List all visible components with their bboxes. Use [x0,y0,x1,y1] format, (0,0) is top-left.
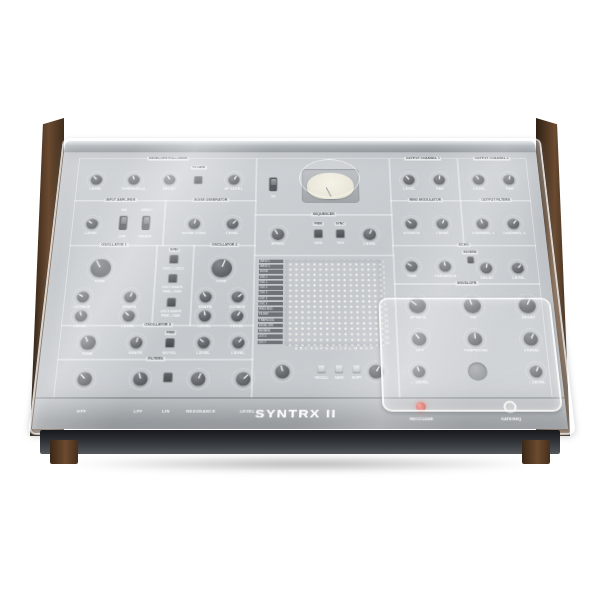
filter-lin-button[interactable] [163,372,172,381]
vu-meter [307,173,354,199]
sync-button[interactable] [170,255,179,263]
shift-button[interactable] [353,366,360,372]
to-gate-label: TO GATE [191,166,207,169]
section-header: ENVELOPE FOLLOWER [147,157,189,161]
mic-line-switch[interactable] [118,216,127,230]
power-switch[interactable] [269,177,277,191]
front-label-hpf: HPF [77,409,87,414]
brand-logo: SYNTRX II [255,407,337,420]
matrix-column-letters: A B C D E F G H I J K L M N O P [285,347,385,351]
front-label-resonance: RESONANCE [186,409,215,414]
to-gate-button[interactable] [194,176,202,184]
unit-base [40,430,560,454]
osc2-shape-button[interactable] [167,298,176,307]
synth-top-assembly: ENVELOPE FOLLOWER LEVEL THRESHOLD DECAY … [32,140,568,428]
floor-shadow [62,456,542,472]
gate-seq-label: GATE/SEQ [501,416,522,421]
product-photo: ENVELOPE FOLLOWER LEVEL THRESHOLD DECAY … [0,0,600,600]
front-label-level: LEVEL [240,409,255,414]
recall-button[interactable] [318,366,325,372]
synthesizer-unit: ENVELOPE FOLLOWER LEVEL THRESHOLD DECAY … [32,88,568,480]
front-label-lpf: LPF [134,409,143,414]
gate-seq-button[interactable] [503,401,517,413]
save-button[interactable] [336,366,343,372]
seq-gate-button[interactable] [314,229,322,237]
reverb-button[interactable] [467,256,474,263]
matrix-row-labels: INPUT 1INPUT 2NOISEOSC 1OSC 1OSC 2OSC 2O… [258,260,284,346]
osc1-shape-button[interactable] [168,274,177,282]
rec-clear-button[interactable] [416,402,426,411]
wood-foot-left [50,440,78,464]
control-panel: ENVELOPE FOLLOWER LEVEL THRESHOLD DECAY … [36,152,565,397]
vu-meter-bezel [302,169,360,203]
key-follow-button[interactable] [165,338,174,347]
seq-trig-button[interactable] [336,229,344,237]
rec-clear-label: REC/CLEAR [410,416,434,421]
rear-metal-edge [64,140,536,152]
patch-matrix-grid[interactable] [285,260,384,346]
direct-preamp-switch[interactable] [141,216,150,230]
front-edge-strip: HPF LPF LIN RESONANCE LEVEL SYNTRX II RE… [32,397,568,428]
front-label-lin: LIN [162,409,170,414]
joystick[interactable] [467,362,488,380]
